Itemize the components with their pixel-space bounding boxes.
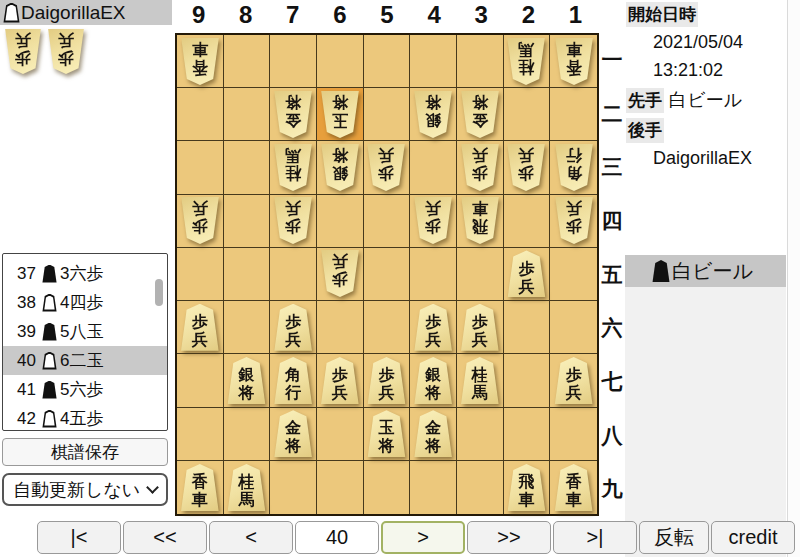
shogi-piece-gote: 銀将 <box>413 91 453 138</box>
nav-next-button[interactable]: > <box>381 521 465 554</box>
board-square[interactable] <box>177 88 224 141</box>
board-square[interactable] <box>504 88 551 141</box>
board-square[interactable] <box>177 408 224 461</box>
board-square[interactable]: 玉将 <box>317 88 364 141</box>
board-square[interactable]: 桂馬 <box>224 461 271 514</box>
rank-label: 六 <box>600 301 624 355</box>
replay-navigation-bar: |<<<<40>>>>|反転credit <box>37 521 795 554</box>
board-square[interactable] <box>410 141 457 194</box>
board-square[interactable] <box>224 141 271 194</box>
game-info-panel: 開始日時 2021/05/04 13:21:02 先手 白ビール 後手 Daig… <box>626 2 784 176</box>
shogi-piece-sente: 角行 <box>273 357 313 404</box>
board-square[interactable] <box>317 301 364 354</box>
shogi-piece-gote: 歩兵 <box>366 144 406 191</box>
rank-label: 五 <box>600 248 624 302</box>
gote-label: 後手 <box>626 118 664 143</box>
board-square[interactable] <box>270 248 317 301</box>
board-square[interactable]: 歩兵 <box>270 301 317 354</box>
flip-board-button[interactable]: 反転 <box>639 521 709 554</box>
rank-label: 一 <box>600 33 624 87</box>
shogi-piece-sente: 金将 <box>413 410 453 457</box>
board-square[interactable]: 金将 <box>270 88 317 141</box>
move-list-item[interactable]: 415六歩 <box>3 375 167 404</box>
black-shogi-piece-icon <box>42 381 57 399</box>
move-number-input[interactable]: 40 <box>295 521 379 554</box>
auto-update-dropdown-value: 自動更新しない <box>13 478 140 502</box>
board-square[interactable] <box>224 408 271 461</box>
shogi-piece-gote: 歩兵 <box>4 29 42 74</box>
board-square[interactable]: 香車 <box>550 35 597 88</box>
move-text: 4四歩 <box>60 291 103 314</box>
white-shogi-piece-icon <box>42 294 57 312</box>
board-square[interactable] <box>550 301 597 354</box>
file-labels: 987654321 <box>175 1 599 31</box>
file-label: 7 <box>269 1 316 31</box>
rank-label: 二 <box>600 87 624 141</box>
board-square[interactable]: 歩兵 <box>364 141 411 194</box>
board-square[interactable] <box>364 461 411 514</box>
shogi-piece-gote: 歩兵 <box>47 29 85 74</box>
black-shogi-piece-icon <box>652 260 670 282</box>
move-text: 6二玉 <box>60 349 103 372</box>
board-square[interactable]: 香車 <box>550 461 597 514</box>
move-number: 40 <box>12 351 36 371</box>
shogi-piece-gote: 歩兵 <box>320 250 360 297</box>
move-text: 5六歩 <box>60 378 103 401</box>
board-square[interactable] <box>364 195 411 248</box>
shogi-piece-gote: 金将 <box>273 91 313 138</box>
board-square[interactable] <box>317 461 364 514</box>
rank-label: 八 <box>600 409 624 463</box>
board-square[interactable] <box>224 301 271 354</box>
board-square[interactable] <box>317 35 364 88</box>
board-square[interactable]: 桂馬 <box>504 35 551 88</box>
board-square[interactable]: 歩兵 <box>177 301 224 354</box>
move-list-item[interactable]: 384四歩 <box>3 288 167 317</box>
board-square[interactable]: 歩兵 <box>504 248 551 301</box>
board-square[interactable]: 角行 <box>270 354 317 407</box>
sente-player-bar: 白ビール <box>625 255 786 287</box>
board-square[interactable] <box>504 408 551 461</box>
board-square[interactable]: 歩兵 <box>504 141 551 194</box>
file-label: 9 <box>175 1 222 31</box>
board-square[interactable] <box>410 461 457 514</box>
board-square[interactable] <box>177 248 224 301</box>
file-label: 1 <box>552 1 599 31</box>
move-number: 42 <box>12 409 36 429</box>
sente-label: 先手 <box>626 88 664 113</box>
shogi-piece-gote: 桂馬 <box>506 38 546 85</box>
board-square[interactable] <box>504 354 551 407</box>
board-square[interactable]: 歩兵 <box>410 301 457 354</box>
move-list-scrollbar-thumb[interactable] <box>155 279 163 306</box>
file-label: 6 <box>316 1 363 31</box>
board-square[interactable]: 金将 <box>457 88 504 141</box>
board-square[interactable]: 桂馬 <box>457 354 504 407</box>
board-square[interactable] <box>224 248 271 301</box>
board-square[interactable]: 香車 <box>177 35 224 88</box>
shogi-piece-gote: 歩兵 <box>506 144 546 191</box>
board-square[interactable]: 歩兵 <box>364 354 411 407</box>
chevron-down-icon <box>146 481 159 494</box>
gote-captured-pieces-tray: 歩兵歩兵 <box>4 29 85 74</box>
start-date: 2021/05/04 <box>626 32 784 53</box>
file-label: 5 <box>363 1 410 31</box>
gote-player-header: DaigorillaEX <box>0 0 172 25</box>
board-square[interactable]: 歩兵 <box>550 195 597 248</box>
board-square[interactable] <box>504 301 551 354</box>
shogi-piece-gote: 金将 <box>460 91 500 138</box>
credit-button[interactable]: credit <box>711 521 795 554</box>
move-list-item[interactable]: 424五歩 <box>3 404 167 431</box>
white-shogi-piece-icon <box>42 352 57 370</box>
shogi-piece-gote: 歩兵 <box>180 197 220 244</box>
shogi-piece-gote: 銀将 <box>320 144 360 191</box>
board-square[interactable]: 歩兵 <box>177 195 224 248</box>
board-square[interactable] <box>317 408 364 461</box>
rank-labels: 一二三四五六七八九 <box>600 33 624 516</box>
board-square[interactable]: 歩兵 <box>270 195 317 248</box>
move-text: 3六歩 <box>60 262 103 285</box>
shogi-piece-sente: 歩兵 <box>413 304 453 351</box>
move-list: 373六歩384四歩395八玉406二玉415六歩424五歩 <box>2 253 168 431</box>
start-time: 13:21:02 <box>626 60 784 81</box>
shogi-piece-gote: 歩兵 <box>460 144 500 191</box>
board-square[interactable]: 歩兵 <box>410 195 457 248</box>
move-text: 5八玉 <box>60 320 103 343</box>
nav-prev-button[interactable]: < <box>209 521 293 554</box>
board-square[interactable]: 金将 <box>270 408 317 461</box>
auto-update-dropdown[interactable]: 自動更新しない <box>2 473 168 506</box>
board-square[interactable] <box>317 195 364 248</box>
nav-forward10-button[interactable]: >> <box>467 521 551 554</box>
shogi-piece-sente: 歩兵 <box>460 304 500 351</box>
board-square[interactable]: 角行 <box>550 141 597 194</box>
board-square[interactable]: 銀将 <box>410 354 457 407</box>
board-square[interactable]: 銀将 <box>317 141 364 194</box>
shogi-piece-sente: 玉将 <box>366 410 406 457</box>
shogi-piece-sente: 歩兵 <box>506 250 546 297</box>
board-square[interactable] <box>224 195 271 248</box>
board-square[interactable] <box>457 461 504 514</box>
sente-name: 白ビール <box>669 90 742 110</box>
board-square[interactable] <box>177 354 224 407</box>
board-square[interactable]: 歩兵 <box>317 354 364 407</box>
board-square[interactable]: 飛車 <box>457 195 504 248</box>
move-list-item[interactable]: 406二玉 <box>3 346 167 375</box>
file-label: 3 <box>458 1 505 31</box>
board-square[interactable] <box>504 195 551 248</box>
shogi-piece-sente: 桂馬 <box>460 357 500 404</box>
board-square[interactable]: 香車 <box>177 461 224 514</box>
board-square[interactable]: 銀将 <box>410 88 457 141</box>
shogi-piece-gote: 香車 <box>554 38 594 85</box>
move-number: 37 <box>12 264 36 284</box>
black-shogi-piece-icon <box>42 265 57 283</box>
board-square[interactable]: 歩兵 <box>317 248 364 301</box>
start-datetime-label: 開始日時 <box>626 2 698 27</box>
board-square[interactable] <box>410 248 457 301</box>
rank-label: 九 <box>600 462 624 516</box>
shogi-piece-sente: 香車 <box>180 464 220 511</box>
shogi-piece-gote: 桂馬 <box>273 144 313 191</box>
board-square[interactable] <box>364 301 411 354</box>
file-label: 8 <box>222 1 269 31</box>
move-number: 41 <box>12 380 36 400</box>
nav-first-button[interactable]: |< <box>37 521 121 554</box>
board-square[interactable] <box>550 408 597 461</box>
board-square[interactable]: 歩兵 <box>457 141 504 194</box>
board-square[interactable] <box>364 248 411 301</box>
shogi-piece-sente: 歩兵 <box>273 304 313 351</box>
move-text: 4五歩 <box>60 407 103 430</box>
shogi-piece-gote: 歩兵 <box>273 197 313 244</box>
nav-back10-button[interactable]: << <box>123 521 207 554</box>
shogi-piece-sente: 歩兵 <box>366 357 406 404</box>
board-square[interactable]: 金将 <box>410 408 457 461</box>
file-label: 4 <box>411 1 458 31</box>
window-scrollbar[interactable] <box>787 0 800 557</box>
board-square[interactable]: 歩兵 <box>457 301 504 354</box>
shogi-piece-gote: 飛車 <box>460 197 500 244</box>
move-number: 39 <box>12 322 36 342</box>
shogi-piece-sente: 銀将 <box>413 357 453 404</box>
rank-label: 四 <box>600 194 624 248</box>
shogi-piece-gote: 歩兵 <box>413 197 453 244</box>
rank-label: 七 <box>600 355 624 409</box>
move-list-item[interactable]: 373六歩 <box>3 259 167 288</box>
board-square[interactable] <box>457 248 504 301</box>
board-square[interactable] <box>457 35 504 88</box>
shogi-board: 香車桂馬香車金将玉将銀将金将桂馬銀将歩兵歩兵歩兵角行歩兵歩兵歩兵飛車歩兵歩兵歩兵… <box>175 33 599 516</box>
shogi-piece-gote: 角行 <box>554 144 594 191</box>
nav-last-button[interactable]: >| <box>553 521 637 554</box>
board-square[interactable]: 桂馬 <box>270 141 317 194</box>
board-square[interactable] <box>177 141 224 194</box>
shogi-piece-sente: 桂馬 <box>226 464 266 511</box>
board-square[interactable]: 飛車 <box>504 461 551 514</box>
board-square[interactable]: 歩兵 <box>550 354 597 407</box>
shogi-piece-gote: 玉将 <box>320 91 360 138</box>
shogi-piece-sente: 香車 <box>554 464 594 511</box>
move-number: 38 <box>12 293 36 313</box>
board-square[interactable] <box>270 35 317 88</box>
board-square[interactable] <box>410 35 457 88</box>
board-square[interactable] <box>364 35 411 88</box>
board-square[interactable] <box>457 408 504 461</box>
rank-label: 三 <box>600 140 624 194</box>
board-square[interactable]: 銀将 <box>224 354 271 407</box>
board-square[interactable] <box>270 461 317 514</box>
shogi-piece-gote: 歩兵 <box>554 197 594 244</box>
gote-header-name: DaigorillaEX <box>21 2 126 24</box>
gote-name: DaigorillaEX <box>626 148 784 169</box>
board-square[interactable] <box>364 88 411 141</box>
board-square[interactable] <box>550 248 597 301</box>
save-kifu-button[interactable]: 棋譜保存 <box>2 438 168 466</box>
shogi-piece-sente: 歩兵 <box>180 304 220 351</box>
white-shogi-piece-icon <box>42 410 57 428</box>
shogi-piece-sente: 歩兵 <box>554 357 594 404</box>
board-square[interactable] <box>224 88 271 141</box>
move-list-item[interactable]: 395八玉 <box>3 317 167 346</box>
board-square[interactable] <box>550 88 597 141</box>
black-shogi-piece-icon <box>42 323 57 341</box>
board-square[interactable]: 玉将 <box>364 408 411 461</box>
board-square[interactable] <box>224 35 271 88</box>
shogi-piece-sente: 歩兵 <box>320 357 360 404</box>
shogi-piece-sente: 飛車 <box>506 464 546 511</box>
sente-captured-pieces-tray <box>625 287 786 557</box>
shogi-piece-sente: 銀将 <box>226 357 266 404</box>
sente-bar-name: 白ビール <box>672 258 753 285</box>
shogi-piece-gote: 香車 <box>180 38 220 85</box>
file-label: 2 <box>505 1 552 31</box>
shogi-piece-sente: 金将 <box>273 410 313 457</box>
white-shogi-piece-icon <box>3 3 20 23</box>
